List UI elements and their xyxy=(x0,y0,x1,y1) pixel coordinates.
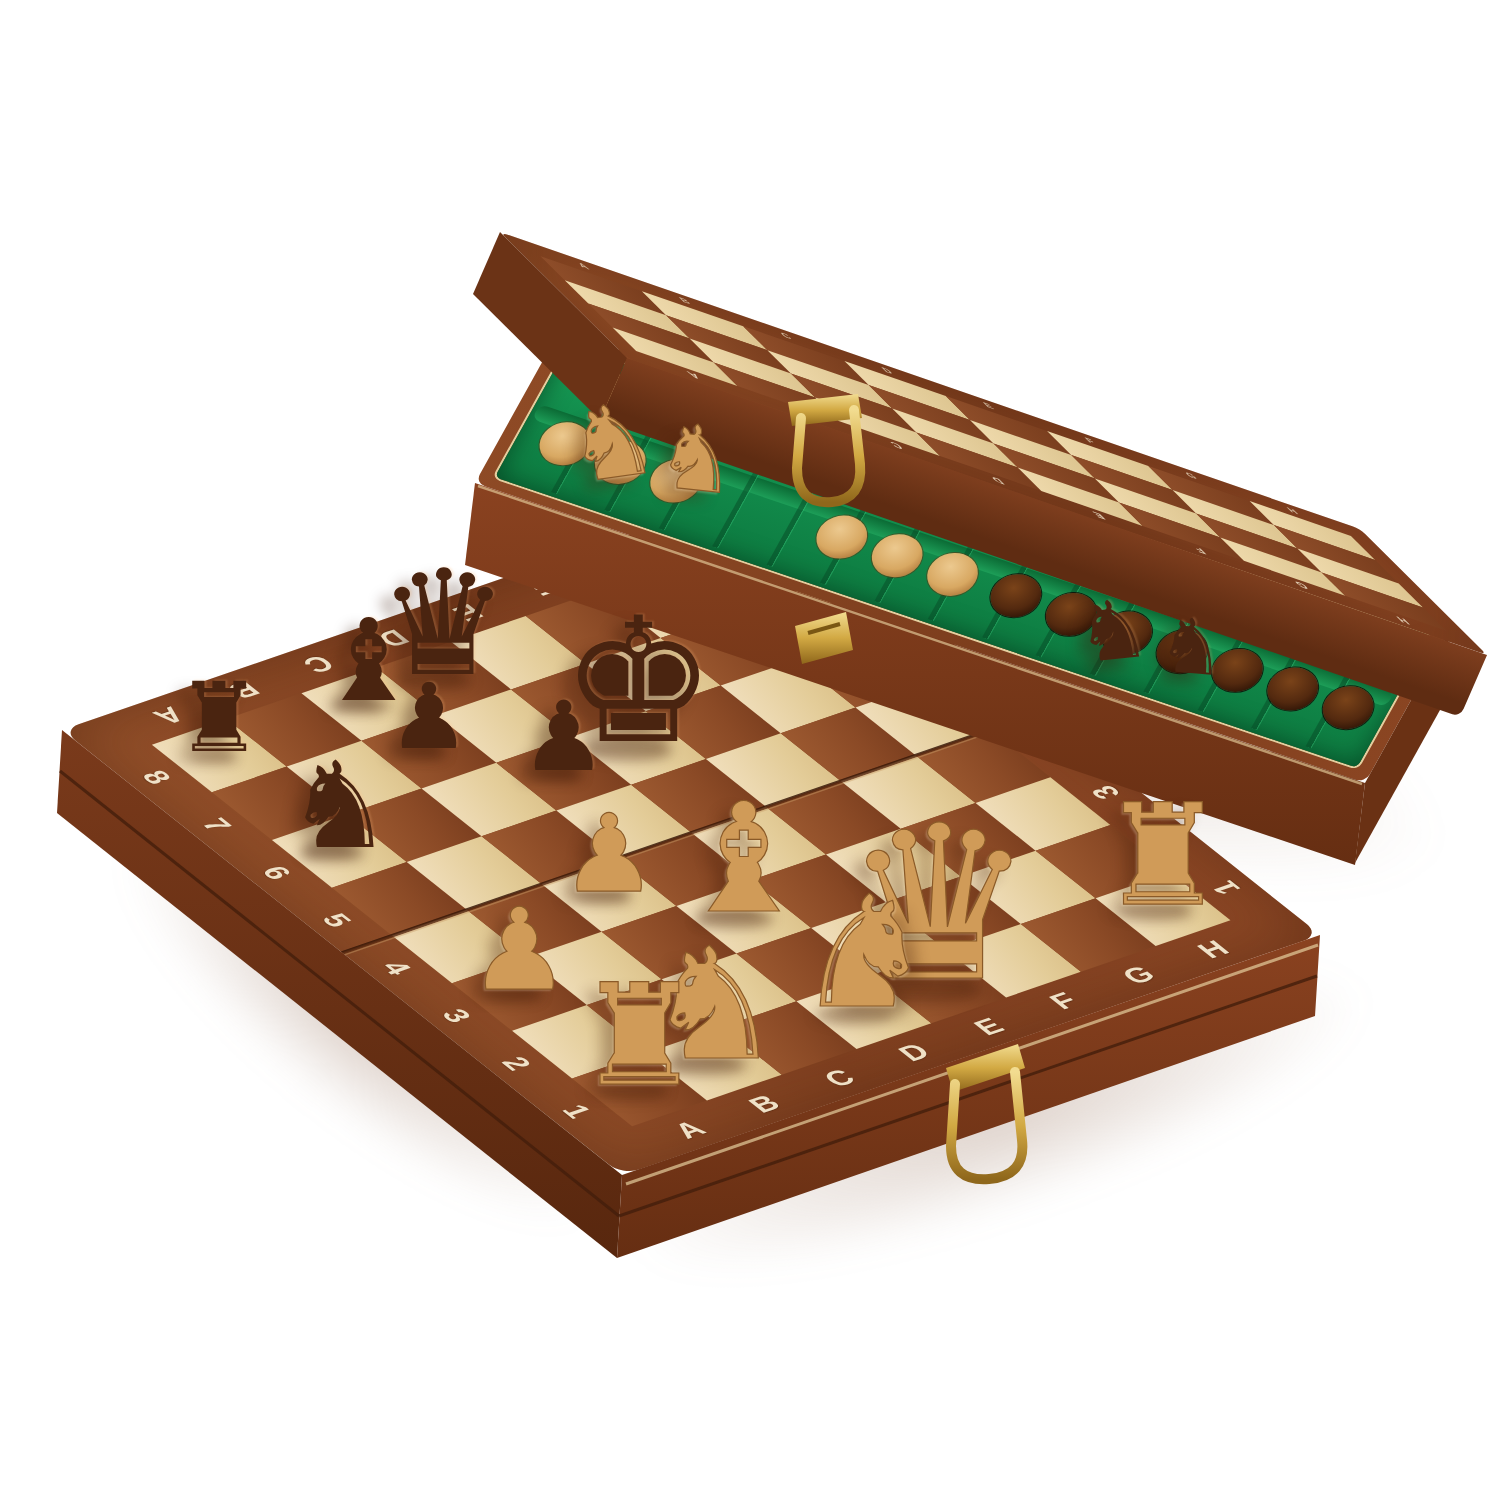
piece-white-rook-h1: ♜ xyxy=(1093,786,1233,926)
piece-black-knight-a6: ♞ xyxy=(280,746,400,866)
piece-white-rook-a1: ♜ xyxy=(569,966,709,1106)
piece-white-knight-d1: ♞ xyxy=(787,876,941,1030)
product-photo-scene: AABBCCDDEEFFGGHH1122334455667788 xyxy=(0,0,1500,1500)
tray-knight-black-1: ♞ xyxy=(1068,586,1158,676)
tray-knight-white-2: ♞ xyxy=(648,409,747,508)
tray-knight-black-2: ♞ xyxy=(1151,606,1233,688)
piece-white-pawn-a3: ♟ xyxy=(463,894,576,1007)
piece-black-pawn-d6: ♟ xyxy=(515,689,612,786)
piece-white-pawn-c4: ♟ xyxy=(555,800,663,908)
piece-black-rook-a8: ♜ xyxy=(171,671,267,767)
